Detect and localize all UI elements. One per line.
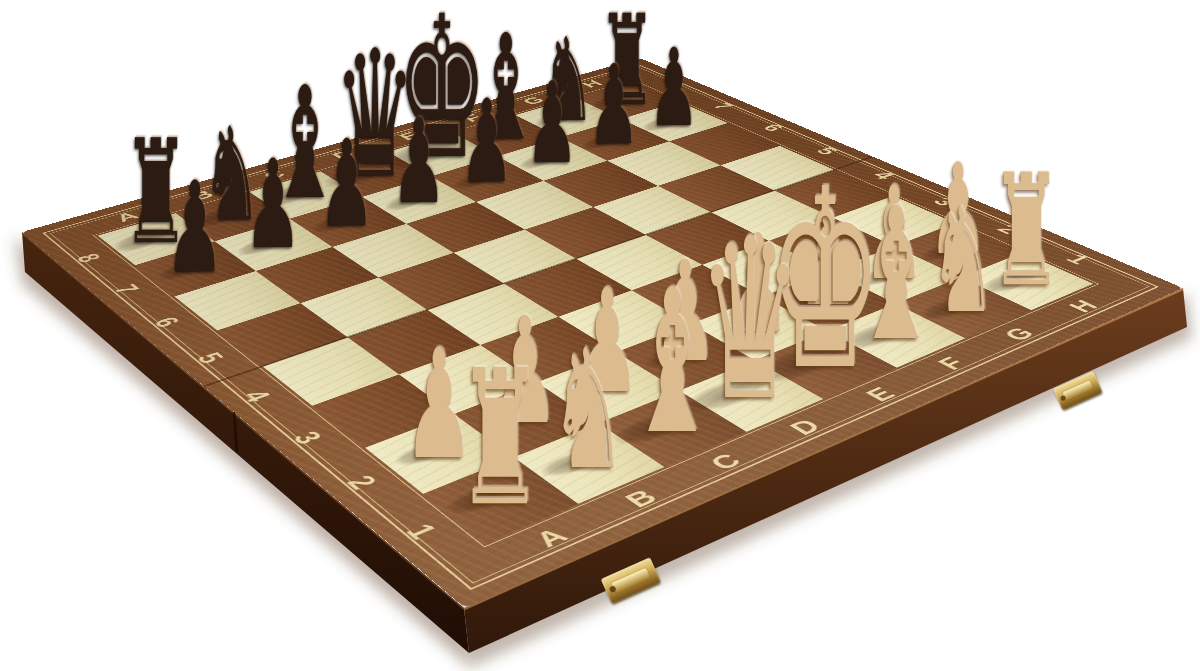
brass-clasp-bar [611, 568, 650, 594]
rank-label-4-left: 4 [222, 379, 291, 414]
black-pawn-c7: ♟ [320, 124, 376, 244]
black-pawn-g7: ♟ [589, 50, 640, 160]
white-knight-b1: ♞ [550, 327, 627, 492]
white-bishop-c1: ♝ [626, 264, 718, 462]
rank-label-1-left: 1 [382, 509, 461, 554]
black-pawn-b7: ♟ [244, 145, 301, 267]
rank-label-3-left: 3 [271, 419, 343, 457]
black-pawn-d7: ♟ [391, 104, 446, 221]
black-pawn-e7: ♟ [460, 86, 513, 200]
black-pawn-h7: ♟ [649, 34, 699, 141]
white-rook-h1: ♜ [990, 154, 1062, 308]
white-knight-g1: ♞ [929, 189, 996, 333]
rank-label-2-left: 2 [324, 462, 399, 503]
white-rook-a1: ♜ [456, 346, 543, 532]
rank-label-7-left: 7 [95, 275, 156, 304]
rank-label-5-left: 5 [177, 342, 243, 375]
black-pawn-f7: ♟ [526, 68, 578, 180]
brass-clasp-bar [1062, 380, 1094, 401]
black-pawn-a7: ♟ [166, 166, 224, 291]
chess-set-photo: AABBCCDDEEFFGGHH1122334455667788 ♜♞♟♝♟♚♟… [0, 0, 1200, 671]
rank-label-6-left: 6 [135, 307, 199, 338]
rank-label-8-left: 8 [59, 245, 118, 272]
